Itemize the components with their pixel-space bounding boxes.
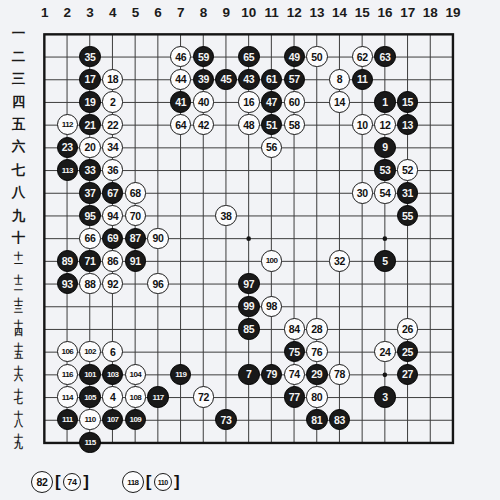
board-cell[interactable]: 76 [306,340,329,363]
board-cell[interactable] [237,204,260,227]
board-cell[interactable]: 39 [192,68,215,91]
board-cell[interactable] [124,159,147,182]
board-cell[interactable]: 72 [192,386,215,409]
board-cell[interactable] [328,23,351,46]
board-cell[interactable]: 60 [283,91,306,114]
board-cell[interactable] [56,45,79,68]
board-cell[interactable]: 105 [79,386,102,409]
board-cell[interactable]: 97 [237,272,260,295]
board-cell[interactable] [419,363,442,386]
board-cell[interactable] [306,136,329,159]
board-cell[interactable] [215,23,238,46]
board-cell[interactable]: 46 [169,45,192,68]
board-cell[interactable] [33,250,56,273]
board-cell[interactable] [147,340,170,363]
board-cell[interactable] [328,136,351,159]
board-cell[interactable] [237,340,260,363]
board-cell[interactable]: 104 [124,363,147,386]
board-cell[interactable] [328,386,351,409]
board-cell[interactable] [328,272,351,295]
board-cell[interactable] [328,204,351,227]
board-cell[interactable] [56,204,79,227]
board-cell[interactable] [215,159,238,182]
board-cell[interactable] [147,363,170,386]
board-cell[interactable] [169,386,192,409]
board-cell[interactable] [374,68,397,91]
board-cell[interactable]: 49 [283,45,306,68]
board-cell[interactable] [351,227,374,250]
board-cell[interactable] [351,159,374,182]
board-cell[interactable] [328,340,351,363]
board-cell[interactable] [328,227,351,250]
board-cell[interactable]: 71 [79,250,102,273]
board-cell[interactable] [328,45,351,68]
board-cell[interactable]: 51 [260,113,283,136]
board-cell[interactable]: 109 [124,408,147,431]
board-cell[interactable]: 27 [396,363,419,386]
board-cell[interactable]: 13 [396,113,419,136]
board-cell[interactable] [192,227,215,250]
board-cell[interactable] [215,136,238,159]
board-cell[interactable]: 66 [79,227,102,250]
board-cell[interactable] [396,295,419,318]
board-cell[interactable] [396,136,419,159]
board-cell[interactable]: 10 [351,113,374,136]
board-cell[interactable] [419,295,442,318]
board-cell[interactable] [442,68,465,91]
board-cell[interactable] [306,227,329,250]
board-cell[interactable] [215,91,238,114]
board-cell[interactable] [101,318,124,341]
board-cell[interactable] [306,295,329,318]
board-cell[interactable] [374,23,397,46]
board-cell[interactable]: 47 [260,91,283,114]
board-cell[interactable] [169,204,192,227]
board-cell[interactable] [396,272,419,295]
board-cell[interactable] [215,250,238,273]
board-cell[interactable] [442,91,465,114]
board-cell[interactable] [442,45,465,68]
board-cell[interactable]: 48 [237,113,260,136]
board-cell[interactable] [283,295,306,318]
board-cell[interactable] [396,386,419,409]
board-cell[interactable] [351,136,374,159]
board-cell[interactable]: 88 [79,272,102,295]
board-cell[interactable]: 31 [396,182,419,205]
board-cell[interactable]: 65 [237,45,260,68]
board-cell[interactable] [101,23,124,46]
board-cell[interactable] [215,340,238,363]
board-cell[interactable]: 102 [79,340,102,363]
board-cell[interactable] [101,295,124,318]
board-cell[interactable] [192,250,215,273]
board-cell[interactable] [374,295,397,318]
board-cell[interactable] [147,136,170,159]
board-cell[interactable] [351,250,374,273]
board-cell[interactable]: 19 [79,91,102,114]
board-cell[interactable] [351,408,374,431]
board-cell[interactable] [419,204,442,227]
board-cell[interactable] [33,91,56,114]
board-cell[interactable] [419,408,442,431]
board-cell[interactable] [192,159,215,182]
board-cell[interactable] [419,340,442,363]
board-cell[interactable]: 23 [56,136,79,159]
board-cell[interactable] [215,431,238,454]
board-cell[interactable] [306,250,329,273]
board-cell[interactable] [79,23,102,46]
board-cell[interactable]: 77 [283,386,306,409]
board-cell[interactable] [419,250,442,273]
board-cell[interactable] [169,295,192,318]
board-cell[interactable] [33,295,56,318]
board-cell[interactable] [124,23,147,46]
board-cell[interactable]: 20 [79,136,102,159]
board-cell[interactable] [147,250,170,273]
board-cell[interactable]: 84 [283,318,306,341]
board-cell[interactable] [396,45,419,68]
board-cell[interactable] [237,182,260,205]
board-cell[interactable] [328,113,351,136]
board-cell[interactable]: 103 [101,363,124,386]
board-cell[interactable] [33,318,56,341]
board-cell[interactable]: 41 [169,91,192,114]
board-cell[interactable] [306,159,329,182]
board-cell[interactable] [283,136,306,159]
board-cell[interactable]: 16 [237,91,260,114]
board-cell[interactable] [374,431,397,454]
board-cell[interactable] [442,295,465,318]
board-cell[interactable] [169,227,192,250]
board-cell[interactable] [351,91,374,114]
board-cell[interactable] [33,227,56,250]
board-cell[interactable] [260,408,283,431]
board-cell[interactable]: 81 [306,408,329,431]
board-cell[interactable] [328,318,351,341]
board-cell[interactable]: 18 [101,68,124,91]
board-cell[interactable]: 56 [260,136,283,159]
board-cell[interactable] [351,340,374,363]
board-cell[interactable]: 15 [396,91,419,114]
board-cell[interactable] [260,204,283,227]
board-cell[interactable] [192,295,215,318]
board-cell[interactable] [419,182,442,205]
board-cell[interactable] [215,182,238,205]
board-cell[interactable] [147,431,170,454]
board-cell[interactable] [419,68,442,91]
board-cell[interactable] [419,227,442,250]
board-cell[interactable] [260,45,283,68]
board-cell[interactable] [56,91,79,114]
board-cell[interactable] [237,227,260,250]
board-cell[interactable] [283,250,306,273]
board-cell[interactable] [328,159,351,182]
board-cell[interactable] [419,272,442,295]
board-cell[interactable] [374,408,397,431]
board-cell[interactable]: 26 [396,318,419,341]
board-cell[interactable] [56,227,79,250]
board-cell[interactable] [124,272,147,295]
board-cell[interactable]: 55 [396,204,419,227]
board-cell[interactable] [192,318,215,341]
board-cell[interactable] [442,340,465,363]
board-cell[interactable]: 115 [79,431,102,454]
board-cell[interactable] [442,227,465,250]
board-cell[interactable] [396,23,419,46]
board-cell[interactable] [260,182,283,205]
board-cell[interactable] [351,272,374,295]
board-cell[interactable]: 5 [374,250,397,273]
board-cell[interactable] [147,182,170,205]
board-cell[interactable]: 4 [101,386,124,409]
board-cell[interactable]: 107 [101,408,124,431]
board-cell[interactable] [147,159,170,182]
board-cell[interactable] [283,182,306,205]
board-cell[interactable] [237,136,260,159]
board-cell[interactable] [169,23,192,46]
board-cell[interactable]: 114 [56,386,79,409]
board-cell[interactable] [215,227,238,250]
board-cell[interactable] [442,318,465,341]
board-cell[interactable]: 117 [147,386,170,409]
board-cell[interactable] [442,204,465,227]
board-cell[interactable]: 54 [374,182,397,205]
board-cell[interactable] [283,204,306,227]
board-cell[interactable]: 99 [237,295,260,318]
board-cell[interactable]: 67 [101,182,124,205]
board-cell[interactable] [419,136,442,159]
board-cell[interactable]: 8 [328,68,351,91]
board-cell[interactable] [260,227,283,250]
board-cell[interactable]: 35 [79,45,102,68]
board-cell[interactable] [442,159,465,182]
board-cell[interactable]: 87 [124,227,147,250]
board-cell[interactable] [147,91,170,114]
board-cell[interactable] [169,159,192,182]
board-cell[interactable] [351,431,374,454]
board-cell[interactable]: 36 [101,159,124,182]
board-cell[interactable]: 98 [260,295,283,318]
board-cell[interactable] [442,182,465,205]
board-cell[interactable] [237,431,260,454]
board-cell[interactable]: 32 [328,250,351,273]
board-cell[interactable]: 90 [147,227,170,250]
board-cell[interactable]: 45 [215,68,238,91]
board-cell[interactable]: 52 [396,159,419,182]
board-cell[interactable] [33,386,56,409]
board-cell[interactable]: 96 [147,272,170,295]
board-cell[interactable] [33,272,56,295]
board-cell[interactable] [283,408,306,431]
board-cell[interactable] [396,68,419,91]
board-cell[interactable]: 25 [396,340,419,363]
board-cell[interactable]: 12 [374,113,397,136]
board-cell[interactable] [33,408,56,431]
board-cell[interactable] [147,45,170,68]
board-cell[interactable] [79,318,102,341]
board-cell[interactable]: 108 [124,386,147,409]
board-cell[interactable] [306,68,329,91]
board-cell[interactable] [33,23,56,46]
board-cell[interactable]: 62 [351,45,374,68]
board-cell[interactable] [124,68,147,91]
board-cell[interactable] [192,431,215,454]
board-cell[interactable] [33,113,56,136]
board-cell[interactable] [328,295,351,318]
board-cell[interactable]: 22 [101,113,124,136]
board-cell[interactable] [33,68,56,91]
board-cell[interactable] [169,272,192,295]
board-cell[interactable]: 86 [101,250,124,273]
board-cell[interactable]: 112 [56,113,79,136]
board-cell[interactable] [33,136,56,159]
board-cell[interactable] [419,431,442,454]
board-cell[interactable] [147,68,170,91]
board-cell[interactable]: 28 [306,318,329,341]
board-cell[interactable]: 6 [101,340,124,363]
board-cell[interactable]: 70 [124,204,147,227]
board-cell[interactable]: 57 [283,68,306,91]
board-cell[interactable] [124,431,147,454]
board-cell[interactable]: 78 [328,363,351,386]
board-cell[interactable] [215,272,238,295]
board-cell[interactable]: 116 [56,363,79,386]
board-cell[interactable]: 92 [101,272,124,295]
board-cell[interactable] [283,272,306,295]
board-cell[interactable]: 21 [79,113,102,136]
board-cell[interactable] [215,113,238,136]
board-cell[interactable] [192,363,215,386]
board-cell[interactable] [442,386,465,409]
board-cell[interactable] [169,318,192,341]
board-cell[interactable] [215,45,238,68]
board-cell[interactable] [147,295,170,318]
board-cell[interactable] [147,23,170,46]
board-cell[interactable]: 50 [306,45,329,68]
board-cell[interactable]: 30 [351,182,374,205]
board-cell[interactable] [33,204,56,227]
board-cell[interactable] [306,272,329,295]
board-cell[interactable] [215,363,238,386]
board-cell[interactable] [237,159,260,182]
board-cell[interactable] [283,227,306,250]
board-cell[interactable] [56,318,79,341]
board-cell[interactable]: 80 [306,386,329,409]
board-cell[interactable]: 40 [192,91,215,114]
board-cell[interactable] [124,295,147,318]
board-cell[interactable] [124,91,147,114]
board-cell[interactable] [442,113,465,136]
board-cell[interactable]: 101 [79,363,102,386]
board-cell[interactable] [374,227,397,250]
board-cell[interactable]: 75 [283,340,306,363]
board-cell[interactable] [442,250,465,273]
board-cell[interactable] [192,136,215,159]
board-cell[interactable] [215,386,238,409]
board-cell[interactable]: 69 [101,227,124,250]
board-cell[interactable]: 24 [374,340,397,363]
board-cell[interactable] [306,182,329,205]
board-cell[interactable]: 3 [374,386,397,409]
board-cell[interactable]: 9 [374,136,397,159]
board-cell[interactable] [351,386,374,409]
board-cell[interactable] [442,363,465,386]
board-cell[interactable] [169,340,192,363]
board-cell[interactable] [192,272,215,295]
board-cell[interactable] [442,136,465,159]
board-cell[interactable]: 61 [260,68,283,91]
board-cell[interactable] [306,431,329,454]
board-cell[interactable] [374,204,397,227]
board-cell[interactable] [56,182,79,205]
board-cell[interactable]: 64 [169,113,192,136]
board-cell[interactable]: 91 [124,250,147,273]
board-cell[interactable] [374,363,397,386]
board-cell[interactable] [396,227,419,250]
board-cell[interactable] [396,408,419,431]
board-cell[interactable] [124,45,147,68]
board-cell[interactable] [124,113,147,136]
board-cell[interactable] [260,386,283,409]
board-cell[interactable] [260,318,283,341]
board-cell[interactable] [419,91,442,114]
board-cell[interactable] [374,318,397,341]
board-cell[interactable] [79,295,102,318]
board-cell[interactable] [215,295,238,318]
board-cell[interactable] [260,159,283,182]
board-cell[interactable] [147,113,170,136]
board-cell[interactable]: 100 [260,250,283,273]
board-cell[interactable] [260,431,283,454]
board-cell[interactable]: 14 [328,91,351,114]
board-cell[interactable]: 83 [328,408,351,431]
board-cell[interactable]: 43 [237,68,260,91]
board-cell[interactable] [192,204,215,227]
board-cell[interactable] [306,204,329,227]
board-cell[interactable] [124,318,147,341]
board-cell[interactable] [351,204,374,227]
board-cell[interactable] [33,431,56,454]
board-cell[interactable] [147,318,170,341]
board-cell[interactable] [169,431,192,454]
board-cell[interactable] [147,204,170,227]
board-cell[interactable] [419,45,442,68]
board-cell[interactable] [237,250,260,273]
board-cell[interactable] [124,136,147,159]
board-cell[interactable]: 58 [283,113,306,136]
board-cell[interactable]: 63 [374,45,397,68]
board-cell[interactable] [442,408,465,431]
board-cell[interactable]: 89 [56,250,79,273]
board-cell[interactable] [283,23,306,46]
board-cell[interactable] [351,363,374,386]
board-cell[interactable]: 7 [237,363,260,386]
board-cell[interactable] [419,23,442,46]
board-cell[interactable] [396,431,419,454]
board-cell[interactable] [374,272,397,295]
board-cell[interactable]: 42 [192,113,215,136]
board-cell[interactable] [192,182,215,205]
board-cell[interactable] [306,23,329,46]
board-cell[interactable]: 29 [306,363,329,386]
board-cell[interactable] [419,113,442,136]
board-cell[interactable]: 44 [169,68,192,91]
board-cell[interactable] [192,23,215,46]
board-cell[interactable]: 106 [56,340,79,363]
board-cell[interactable] [33,340,56,363]
board-cell[interactable] [419,318,442,341]
board-cell[interactable]: 119 [169,363,192,386]
